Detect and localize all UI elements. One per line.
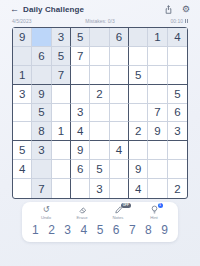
cell-r8c5[interactable]: 5 [90, 160, 109, 179]
cell-r5c2[interactable]: 5 [32, 104, 51, 123]
cell-r8c1[interactable]: 4 [13, 160, 32, 179]
cell-r5c1[interactable] [13, 104, 32, 123]
share-icon[interactable] [164, 5, 173, 14]
numpad-7[interactable]: 7 [129, 222, 136, 238]
cell-r6c2[interactable]: 8 [32, 122, 51, 141]
numpad-6[interactable]: 6 [113, 222, 120, 238]
cell-r8c7[interactable]: 9 [129, 160, 148, 179]
cell-r1c1[interactable]: 9 [13, 28, 32, 47]
cell-r7c9[interactable] [168, 141, 187, 160]
cell-r1c3[interactable]: 3 [52, 28, 71, 47]
cell-r1c4[interactable]: 5 [71, 28, 90, 47]
back-arrow-icon[interactable]: ← [10, 5, 19, 14]
cell-r8c8[interactable] [148, 160, 167, 179]
notes-off-badge: OFF [121, 203, 130, 208]
cell-r1c8[interactable]: 1 [148, 28, 167, 47]
cell-r7c2[interactable]: 3 [32, 141, 51, 160]
cell-r5c5[interactable] [90, 104, 109, 123]
cell-r5c6[interactable] [110, 104, 129, 123]
undo-button[interactable]: ↺ Undo [28, 205, 64, 220]
cell-r5c4[interactable]: 3 [71, 104, 90, 123]
cell-r1c2[interactable] [32, 28, 51, 47]
undo-icon: ↺ [43, 206, 50, 214]
numpad-9[interactable]: 9 [161, 222, 168, 238]
cell-r9c4[interactable] [71, 179, 90, 198]
cell-r6c6[interactable] [110, 122, 129, 141]
cell-r9c8[interactable] [148, 179, 167, 198]
cell-r9c2[interactable]: 7 [32, 179, 51, 198]
settings-gear-icon[interactable]: ⚙ [182, 5, 190, 14]
cell-r4c3[interactable] [52, 85, 71, 104]
eraser-icon [78, 205, 87, 214]
numpad-2[interactable]: 2 [48, 222, 55, 238]
cell-r2c6[interactable] [110, 47, 129, 66]
cell-r6c8[interactable]: 9 [148, 122, 167, 141]
cell-r9c9[interactable]: 2 [168, 179, 187, 198]
cell-r5c8[interactable]: 7 [148, 104, 167, 123]
cell-r8c3[interactable] [52, 160, 71, 179]
cell-r3c8[interactable] [148, 66, 167, 85]
cell-r8c4[interactable]: 6 [71, 160, 90, 179]
cell-r4c9[interactable]: 5 [168, 85, 187, 104]
cell-r2c5[interactable] [90, 47, 109, 66]
control-card: ↺ Undo Erase OFF No [22, 202, 178, 242]
cell-r2c7[interactable] [129, 47, 148, 66]
undo-label: Undo [41, 215, 51, 220]
cell-r2c2[interactable]: 6 [32, 47, 51, 66]
numpad-8[interactable]: 8 [145, 222, 152, 238]
cell-r3c7[interactable]: 5 [129, 66, 148, 85]
cell-r6c7[interactable]: 2 [129, 122, 148, 141]
cell-r3c5[interactable] [90, 66, 109, 85]
cell-r9c5[interactable]: 3 [90, 179, 109, 198]
cell-r9c3[interactable] [52, 179, 71, 198]
page-title: Daily Challenge [23, 5, 84, 14]
sudoku-app: ← Daily Challenge ⚙ 4/5/2023 Mistakes: 0… [0, 0, 200, 266]
erase-button[interactable]: Erase [64, 205, 100, 220]
erase-label: Erase [77, 215, 88, 220]
bulb-icon: 1 [150, 205, 159, 214]
cell-r2c9[interactable] [168, 47, 187, 66]
cell-r5c7[interactable] [129, 104, 148, 123]
cell-r3c6[interactable] [110, 66, 129, 85]
cell-r1c9[interactable]: 4 [168, 28, 187, 47]
cell-r2c4[interactable]: 7 [71, 47, 90, 66]
cell-r4c7[interactable] [129, 85, 148, 104]
cell-r8c6[interactable] [110, 160, 129, 179]
cell-r7c3[interactable] [52, 141, 71, 160]
cell-r4c5[interactable]: 2 [90, 85, 109, 104]
cell-r3c4[interactable] [71, 66, 90, 85]
cell-r7c4[interactable]: 9 [71, 141, 90, 160]
cell-r4c4[interactable] [71, 85, 90, 104]
cell-r7c5[interactable] [90, 141, 109, 160]
cell-r9c7[interactable]: 4 [129, 179, 148, 198]
cell-r3c9[interactable] [168, 66, 187, 85]
status-bar: 4/5/2023 Mistakes: 0/3 00:10 [12, 17, 188, 25]
cell-r7c8[interactable] [148, 141, 167, 160]
cell-r4c2[interactable]: 9 [32, 85, 51, 104]
cell-r1c6[interactable]: 6 [110, 28, 129, 47]
pencil-icon: OFF [114, 205, 123, 214]
numpad-1[interactable]: 1 [32, 222, 39, 238]
header: ← Daily Challenge ⚙ [0, 3, 200, 15]
numpad-5[interactable]: 5 [97, 222, 104, 238]
numpad-4[interactable]: 4 [80, 222, 87, 238]
notes-button[interactable]: OFF Notes [100, 205, 136, 220]
notes-label: Notes [113, 215, 124, 220]
sudoku-board: 93561465717539255376814293539446597342 [12, 27, 188, 199]
cell-r4c6[interactable] [110, 85, 129, 104]
hint-count-badge: 1 [158, 203, 163, 208]
cell-r1c7[interactable] [129, 28, 148, 47]
hint-label: Hint [150, 215, 157, 220]
cell-r7c1[interactable]: 5 [13, 141, 32, 160]
cell-r9c6[interactable] [110, 179, 129, 198]
cell-r3c2[interactable] [32, 66, 51, 85]
cell-r2c1[interactable] [13, 47, 32, 66]
cell-r6c5[interactable] [90, 122, 109, 141]
toolbar: ↺ Undo Erase OFF No [28, 205, 172, 220]
numpad-3[interactable]: 3 [64, 222, 71, 238]
cell-r2c3[interactable]: 5 [52, 47, 71, 66]
cell-r5c9[interactable]: 6 [168, 104, 187, 123]
cell-r4c8[interactable] [148, 85, 167, 104]
cell-r2c8[interactable] [148, 47, 167, 66]
cell-r7c7[interactable] [129, 141, 148, 160]
cell-r6c9[interactable]: 3 [168, 122, 187, 141]
cell-r7c6[interactable]: 4 [110, 141, 129, 160]
cell-r8c9[interactable] [168, 160, 187, 179]
number-pad: 1 2 3 4 5 6 7 8 9 [28, 220, 172, 238]
cell-r6c1[interactable] [13, 122, 32, 141]
cell-r4c1[interactable]: 3 [13, 85, 32, 104]
cell-r8c2[interactable] [32, 160, 51, 179]
cell-r1c5[interactable] [90, 28, 109, 47]
cell-r6c3[interactable]: 1 [52, 122, 71, 141]
cell-r5c3[interactable] [52, 104, 71, 123]
cell-r3c1[interactable]: 1 [13, 66, 32, 85]
cell-r6c4[interactable]: 4 [71, 122, 90, 141]
hint-button[interactable]: 1 Hint [136, 205, 172, 220]
cell-r3c3[interactable]: 7 [52, 66, 71, 85]
cell-r9c1[interactable] [13, 179, 32, 198]
mistakes-counter: Mistakes: 0/3 [12, 18, 188, 24]
